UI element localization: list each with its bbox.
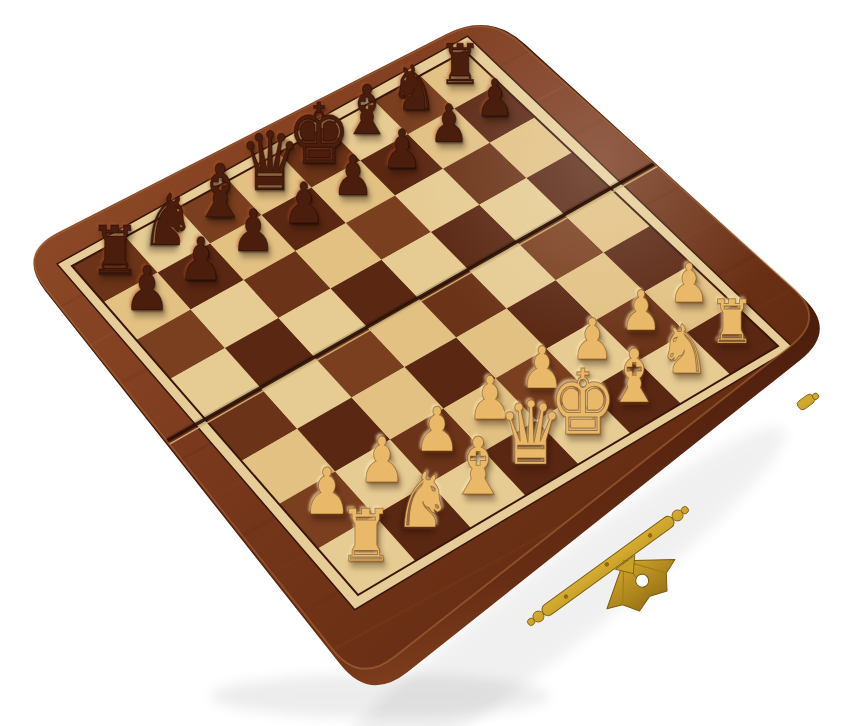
brass-keeper bbox=[796, 390, 821, 412]
piece-black-pawn[interactable]: ♟ bbox=[381, 123, 422, 177]
piece-black-pawn[interactable]: ♟ bbox=[429, 98, 469, 151]
piece-white-pawn[interactable]: ♟ bbox=[620, 284, 662, 340]
piece-white-rook[interactable]: ♜ bbox=[709, 293, 755, 354]
piece-black-pawn[interactable]: ♟ bbox=[124, 259, 170, 320]
piece-white-pawn[interactable]: ♟ bbox=[669, 257, 710, 311]
piece-black-pawn[interactable]: ♟ bbox=[475, 74, 514, 125]
piece-black-pawn[interactable]: ♟ bbox=[178, 230, 223, 290]
piece-white-knight[interactable]: ♞ bbox=[393, 462, 452, 539]
piece-white-bishop[interactable]: ♝ bbox=[447, 428, 508, 508]
piece-black-pawn[interactable]: ♟ bbox=[282, 175, 325, 232]
piece-black-pawn[interactable]: ♟ bbox=[332, 149, 374, 204]
piece-black-pawn[interactable]: ♟ bbox=[231, 203, 275, 261]
piece-white-rook[interactable]: ♜ bbox=[339, 499, 394, 571]
product-photo: ♜♞♟♝♟♚♟♛♟♝♟♞♟♜♟♟♟♟♜♟♞♟♝♟♚♟♛♟♝♟♞♜ bbox=[0, 0, 850, 726]
piece-white-knight[interactable]: ♞ bbox=[658, 316, 710, 384]
